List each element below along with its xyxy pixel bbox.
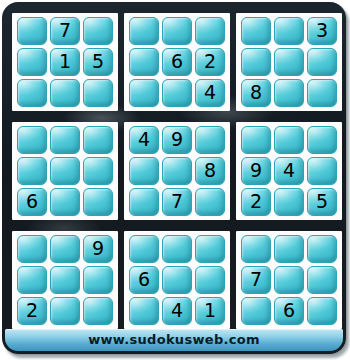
cell-r3c1[interactable] xyxy=(17,79,47,107)
cell-r4c8[interactable] xyxy=(274,126,304,154)
cell-r7c3[interactable]: 9 xyxy=(83,235,113,263)
given-digit: 7 xyxy=(171,192,183,211)
cell-r2c7[interactable] xyxy=(241,48,271,76)
cell-r8c3[interactable] xyxy=(83,266,113,294)
cell-r5c5[interactable] xyxy=(162,157,192,185)
box-7: 92 xyxy=(12,231,118,329)
given-digit: 5 xyxy=(92,52,104,71)
cell-r4c6[interactable] xyxy=(195,126,225,154)
cell-r9c7[interactable] xyxy=(241,297,271,325)
cell-r6c4[interactable] xyxy=(129,188,159,216)
cell-r3c4[interactable] xyxy=(129,79,159,107)
cell-r4c9[interactable] xyxy=(307,126,337,154)
given-digit: 1 xyxy=(59,52,71,71)
cell-r1c8[interactable] xyxy=(274,17,304,45)
box-2: 624 xyxy=(124,13,230,111)
cell-r2c6[interactable]: 2 xyxy=(195,48,225,76)
cell-r6c8[interactable] xyxy=(274,188,304,216)
given-digit: 7 xyxy=(59,21,71,40)
box-9: 76 xyxy=(236,231,342,329)
cell-r8c9[interactable] xyxy=(307,266,337,294)
cell-r5c9[interactable] xyxy=(307,157,337,185)
given-digit: 4 xyxy=(138,130,150,149)
cell-r1c7[interactable] xyxy=(241,17,271,45)
box-8: 641 xyxy=(124,231,230,329)
given-digit: 5 xyxy=(316,192,328,211)
given-digit: 8 xyxy=(204,161,216,180)
given-digit: 1 xyxy=(204,301,216,320)
cell-r6c2[interactable] xyxy=(50,188,80,216)
given-digit: 2 xyxy=(250,192,262,211)
cell-r7c2[interactable] xyxy=(50,235,80,263)
given-digit: 8 xyxy=(250,83,262,102)
cell-r1c4[interactable] xyxy=(129,17,159,45)
cell-r6c6[interactable] xyxy=(195,188,225,216)
given-digit: 6 xyxy=(171,52,183,71)
cell-r3c9[interactable] xyxy=(307,79,337,107)
cell-r5c6[interactable]: 8 xyxy=(195,157,225,185)
cell-r1c9[interactable]: 3 xyxy=(307,17,337,45)
cell-r8c7[interactable]: 7 xyxy=(241,266,271,294)
cell-r5c7[interactable]: 9 xyxy=(241,157,271,185)
cell-r9c2[interactable] xyxy=(50,297,80,325)
box-3: 38 xyxy=(236,13,342,111)
given-digit: 6 xyxy=(26,192,38,211)
cell-r4c4[interactable]: 4 xyxy=(129,126,159,154)
cell-r3c7[interactable]: 8 xyxy=(241,79,271,107)
cell-r5c3[interactable] xyxy=(83,157,113,185)
cell-r9c3[interactable] xyxy=(83,297,113,325)
given-digit: 9 xyxy=(92,239,104,258)
given-digit: 4 xyxy=(171,301,183,320)
cell-r8c2[interactable] xyxy=(50,266,80,294)
cell-r8c5[interactable] xyxy=(162,266,192,294)
cell-r8c4[interactable]: 6 xyxy=(129,266,159,294)
cell-r3c3[interactable] xyxy=(83,79,113,107)
cell-r7c1[interactable] xyxy=(17,235,47,263)
cell-r4c3[interactable] xyxy=(83,126,113,154)
box-4: 6 xyxy=(12,122,118,220)
site-url: www.sudokusweb.com xyxy=(88,332,260,347)
cell-r8c1[interactable] xyxy=(17,266,47,294)
given-digit: 4 xyxy=(204,83,216,102)
cell-r9c1[interactable]: 2 xyxy=(17,297,47,325)
cell-r1c1[interactable] xyxy=(17,17,47,45)
cell-r1c2[interactable]: 7 xyxy=(50,17,80,45)
box-5: 4987 xyxy=(124,122,230,220)
cell-r7c9[interactable] xyxy=(307,235,337,263)
cell-r5c4[interactable] xyxy=(129,157,159,185)
cell-r3c8[interactable] xyxy=(274,79,304,107)
cell-r3c5[interactable] xyxy=(162,79,192,107)
given-digit: 9 xyxy=(250,161,262,180)
cell-r7c5[interactable] xyxy=(162,235,192,263)
cell-r1c3[interactable] xyxy=(83,17,113,45)
cell-r7c6[interactable] xyxy=(195,235,225,263)
cell-r1c5[interactable] xyxy=(162,17,192,45)
cell-r9c6[interactable]: 1 xyxy=(195,297,225,325)
cell-r4c5[interactable]: 9 xyxy=(162,126,192,154)
cell-r5c1[interactable] xyxy=(17,157,47,185)
cell-r7c4[interactable] xyxy=(129,235,159,263)
cell-r5c8[interactable]: 4 xyxy=(274,157,304,185)
cell-r8c8[interactable] xyxy=(274,266,304,294)
cell-r3c2[interactable] xyxy=(50,79,80,107)
cell-r2c3[interactable]: 5 xyxy=(83,48,113,76)
cell-r8c6[interactable] xyxy=(195,266,225,294)
cell-r2c4[interactable] xyxy=(129,48,159,76)
given-digit: 7 xyxy=(250,270,262,289)
cell-r2c9[interactable] xyxy=(307,48,337,76)
cell-r4c2[interactable] xyxy=(50,126,80,154)
cell-r2c1[interactable] xyxy=(17,48,47,76)
cell-r1c6[interactable] xyxy=(195,17,225,45)
cell-r3c6[interactable]: 4 xyxy=(195,79,225,107)
cell-r7c7[interactable] xyxy=(241,235,271,263)
given-digit: 2 xyxy=(204,52,216,71)
cell-r4c7[interactable] xyxy=(241,126,271,154)
cell-r2c8[interactable] xyxy=(274,48,304,76)
cell-r2c5[interactable]: 6 xyxy=(162,48,192,76)
cell-r6c9[interactable]: 5 xyxy=(307,188,337,216)
given-digit: 2 xyxy=(26,301,38,320)
box-6: 9425 xyxy=(236,122,342,220)
cell-r2c2[interactable]: 1 xyxy=(50,48,80,76)
given-digit: 6 xyxy=(283,301,295,320)
given-digit: 3 xyxy=(316,21,328,40)
sudoku-board: 715624386498794259264176 xyxy=(12,13,342,329)
puzzle-frame: 715624386498794259264176 www.sudokusweb.… xyxy=(2,2,346,354)
cell-r9c9[interactable] xyxy=(307,297,337,325)
cell-r6c7[interactable]: 2 xyxy=(241,188,271,216)
box-1: 715 xyxy=(12,13,118,111)
given-digit: 6 xyxy=(138,270,150,289)
cell-r4c1[interactable] xyxy=(17,126,47,154)
given-digit: 4 xyxy=(283,161,295,180)
cell-r6c5[interactable]: 7 xyxy=(162,188,192,216)
cell-r5c2[interactable] xyxy=(50,157,80,185)
footer-band: www.sudokusweb.com xyxy=(5,329,343,351)
given-digit: 9 xyxy=(171,130,183,149)
cell-r9c5[interactable]: 4 xyxy=(162,297,192,325)
cell-r7c8[interactable] xyxy=(274,235,304,263)
cell-r9c4[interactable] xyxy=(129,297,159,325)
cell-r9c8[interactable]: 6 xyxy=(274,297,304,325)
cell-r6c3[interactable] xyxy=(83,188,113,216)
cell-r6c1[interactable]: 6 xyxy=(17,188,47,216)
